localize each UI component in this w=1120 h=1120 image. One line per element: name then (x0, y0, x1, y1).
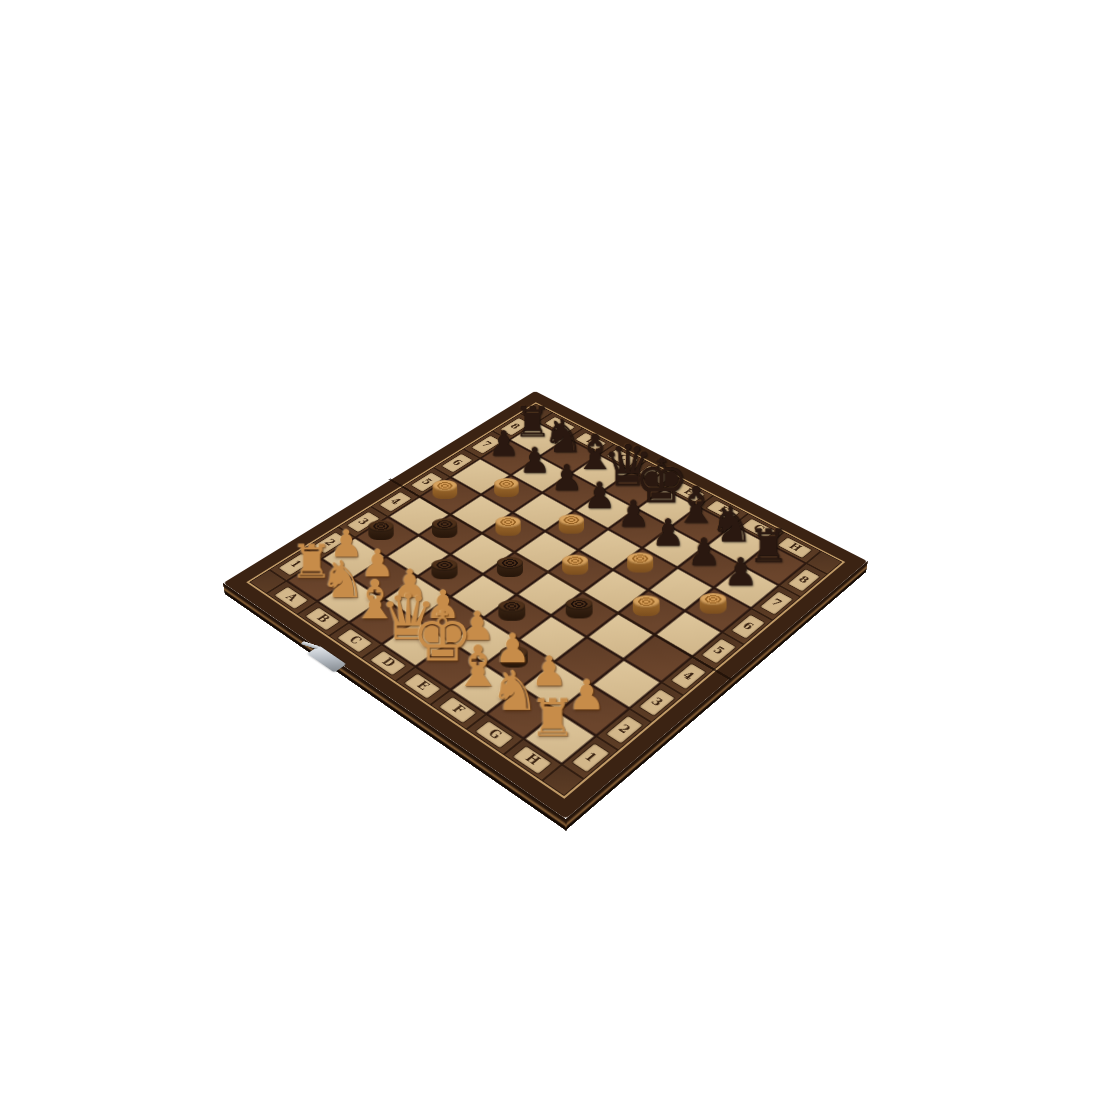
checker-light-c5 (495, 522, 520, 536)
product-photo-scene: ABCDEFGH8877665544332211ABCDEFGH ♜♞♝♛♚♝♞… (0, 0, 1120, 1120)
checker-light-b6 (494, 484, 519, 497)
checker-dark-f4 (566, 604, 593, 618)
piece-layer: ♜♞♝♛♚♝♞♜♟♟♟♟♟♟♟♟♟♟♟♟♟♟♟♟♜♞♝♛♚♝♞♜ (249, 404, 842, 797)
folding-chess-checkers-board: ABCDEFGH8877665544332211ABCDEFGH ♜♞♝♛♚♝♞… (223, 391, 867, 819)
product-photo-page: ABCDEFGH8877665544332211ABCDEFGH ♜♞♝♛♚♝♞… (0, 0, 1120, 1120)
piece-black-pawn-h7: ♟ (710, 553, 771, 592)
board-frame: ABCDEFGH8877665544332211ABCDEFGH ♜♞♝♛♚♝♞… (223, 391, 867, 819)
piece-white-rook-h1: ♜ (519, 692, 587, 744)
checker-light-e5 (562, 561, 588, 575)
checker-light-d6 (559, 520, 584, 534)
board-inner: ABCDEFGH8877665544332211ABCDEFGH ♜♞♝♛♚♝♞… (246, 402, 845, 798)
checker-light-a5 (433, 486, 458, 499)
checker-light-f6 (627, 559, 653, 573)
checker-dark-b4 (432, 524, 457, 538)
checker-light-g5 (633, 602, 660, 616)
checker-light-h6 (700, 599, 727, 613)
checker-dark-d4 (497, 563, 523, 577)
